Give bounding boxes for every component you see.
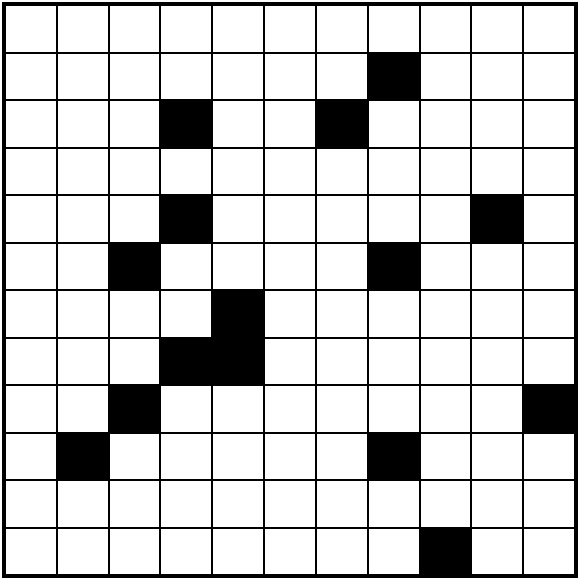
- white-cell-r8-c10[interactable]: [472, 339, 522, 385]
- white-cell-r12-c4[interactable]: [161, 529, 211, 575]
- white-cell-r2-c7[interactable]: [317, 54, 367, 100]
- white-cell-r10-c1[interactable]: [6, 434, 56, 480]
- white-cell-r7-c11[interactable]: [524, 291, 574, 337]
- white-cell-r5-c3[interactable]: [110, 196, 160, 242]
- white-cell-r2-c4[interactable]: [161, 54, 211, 100]
- white-cell-r10-c9[interactable]: [421, 434, 471, 480]
- white-cell-r5-c7[interactable]: [317, 196, 367, 242]
- white-cell-r2-c2[interactable]: [58, 54, 108, 100]
- white-cell-r11-c2[interactable]: [58, 481, 108, 527]
- black-cell-r9-c11[interactable]: [524, 386, 574, 432]
- white-cell-r2-c5[interactable]: [213, 54, 263, 100]
- white-cell-r5-c5[interactable]: [213, 196, 263, 242]
- white-cell-r10-c4[interactable]: [161, 434, 211, 480]
- black-cell-r6-c3[interactable]: [110, 244, 160, 290]
- white-cell-r6-c2[interactable]: [58, 244, 108, 290]
- black-cell-r8-c4[interactable]: [161, 339, 211, 385]
- puzzle-grid-board: [2, 2, 578, 578]
- white-cell-r11-c9[interactable]: [421, 481, 471, 527]
- white-cell-r7-c7[interactable]: [317, 291, 367, 337]
- white-cell-r3-c3[interactable]: [110, 101, 160, 147]
- white-cell-r11-c6[interactable]: [265, 481, 315, 527]
- black-cell-r5-c4[interactable]: [161, 196, 211, 242]
- white-cell-r1-c2[interactable]: [58, 6, 108, 52]
- white-cell-r9-c4[interactable]: [161, 386, 211, 432]
- white-cell-r2-c11[interactable]: [524, 54, 574, 100]
- white-cell-r4-c10[interactable]: [472, 149, 522, 195]
- white-cell-r7-c10[interactable]: [472, 291, 522, 337]
- white-cell-r4-c1[interactable]: [6, 149, 56, 195]
- white-cell-r3-c2[interactable]: [58, 101, 108, 147]
- white-cell-r8-c1[interactable]: [6, 339, 56, 385]
- black-cell-r10-c8[interactable]: [369, 434, 419, 480]
- white-cell-r4-c4[interactable]: [161, 149, 211, 195]
- black-cell-r9-c3[interactable]: [110, 386, 160, 432]
- white-cell-r7-c3[interactable]: [110, 291, 160, 337]
- white-cell-r1-c11[interactable]: [524, 6, 574, 52]
- white-cell-r11-c8[interactable]: [369, 481, 419, 527]
- white-cell-r8-c11[interactable]: [524, 339, 574, 385]
- white-cell-r10-c3[interactable]: [110, 434, 160, 480]
- white-cell-r9-c7[interactable]: [317, 386, 367, 432]
- white-cell-r12-c6[interactable]: [265, 529, 315, 575]
- white-cell-r1-c8[interactable]: [369, 6, 419, 52]
- white-cell-r7-c2[interactable]: [58, 291, 108, 337]
- white-cell-r5-c9[interactable]: [421, 196, 471, 242]
- white-cell-r4-c9[interactable]: [421, 149, 471, 195]
- black-cell-r3-c7[interactable]: [317, 101, 367, 147]
- white-cell-r9-c10[interactable]: [472, 386, 522, 432]
- white-cell-r10-c5[interactable]: [213, 434, 263, 480]
- white-cell-r10-c7[interactable]: [317, 434, 367, 480]
- black-cell-r10-c2[interactable]: [58, 434, 108, 480]
- white-cell-r4-c11[interactable]: [524, 149, 574, 195]
- white-cell-r3-c1[interactable]: [6, 101, 56, 147]
- white-cell-r6-c5[interactable]: [213, 244, 263, 290]
- white-cell-r2-c6[interactable]: [265, 54, 315, 100]
- white-cell-r5-c8[interactable]: [369, 196, 419, 242]
- white-cell-r6-c6[interactable]: [265, 244, 315, 290]
- white-cell-r8-c9[interactable]: [421, 339, 471, 385]
- white-cell-r5-c11[interactable]: [524, 196, 574, 242]
- white-cell-r9-c5[interactable]: [213, 386, 263, 432]
- white-cell-r9-c6[interactable]: [265, 386, 315, 432]
- white-cell-r12-c3[interactable]: [110, 529, 160, 575]
- black-cell-r6-c8[interactable]: [369, 244, 419, 290]
- white-cell-r8-c3[interactable]: [110, 339, 160, 385]
- black-cell-r8-c5[interactable]: [213, 339, 263, 385]
- white-cell-r8-c7[interactable]: [317, 339, 367, 385]
- black-cell-r12-c9[interactable]: [421, 529, 471, 575]
- white-cell-r1-c5[interactable]: [213, 6, 263, 52]
- white-cell-r4-c6[interactable]: [265, 149, 315, 195]
- white-cell-r12-c5[interactable]: [213, 529, 263, 575]
- white-cell-r12-c11[interactable]: [524, 529, 574, 575]
- white-cell-r7-c6[interactable]: [265, 291, 315, 337]
- white-cell-r2-c1[interactable]: [6, 54, 56, 100]
- white-cell-r1-c7[interactable]: [317, 6, 367, 52]
- white-cell-r4-c3[interactable]: [110, 149, 160, 195]
- white-cell-r6-c1[interactable]: [6, 244, 56, 290]
- white-cell-r3-c5[interactable]: [213, 101, 263, 147]
- white-cell-r7-c8[interactable]: [369, 291, 419, 337]
- white-cell-r1-c6[interactable]: [265, 6, 315, 52]
- white-cell-r12-c8[interactable]: [369, 529, 419, 575]
- white-cell-r1-c9[interactable]: [421, 6, 471, 52]
- white-cell-r11-c11[interactable]: [524, 481, 574, 527]
- white-cell-r8-c2[interactable]: [58, 339, 108, 385]
- white-cell-r4-c5[interactable]: [213, 149, 263, 195]
- white-cell-r11-c3[interactable]: [110, 481, 160, 527]
- white-cell-r10-c6[interactable]: [265, 434, 315, 480]
- white-cell-r7-c4[interactable]: [161, 291, 211, 337]
- white-cell-r6-c4[interactable]: [161, 244, 211, 290]
- white-cell-r11-c5[interactable]: [213, 481, 263, 527]
- white-cell-r9-c9[interactable]: [421, 386, 471, 432]
- white-cell-r11-c7[interactable]: [317, 481, 367, 527]
- black-cell-r2-c8[interactable]: [369, 54, 419, 100]
- white-cell-r11-c10[interactable]: [472, 481, 522, 527]
- white-cell-r4-c7[interactable]: [317, 149, 367, 195]
- black-cell-r5-c10[interactable]: [472, 196, 522, 242]
- white-cell-r2-c10[interactable]: [472, 54, 522, 100]
- white-cell-r12-c10[interactable]: [472, 529, 522, 575]
- white-cell-r7-c1[interactable]: [6, 291, 56, 337]
- white-cell-r4-c2[interactable]: [58, 149, 108, 195]
- white-cell-r12-c2[interactable]: [58, 529, 108, 575]
- white-cell-r5-c1[interactable]: [6, 196, 56, 242]
- white-cell-r7-c9[interactable]: [421, 291, 471, 337]
- white-cell-r3-c6[interactable]: [265, 101, 315, 147]
- white-cell-r2-c9[interactable]: [421, 54, 471, 100]
- white-cell-r6-c10[interactable]: [472, 244, 522, 290]
- white-cell-r6-c11[interactable]: [524, 244, 574, 290]
- page: [0, 0, 580, 580]
- white-cell-r11-c1[interactable]: [6, 481, 56, 527]
- white-cell-r10-c10[interactable]: [472, 434, 522, 480]
- white-cell-r6-c9[interactable]: [421, 244, 471, 290]
- white-cell-r3-c9[interactable]: [421, 101, 471, 147]
- white-cell-r1-c4[interactable]: [161, 6, 211, 52]
- white-cell-r9-c2[interactable]: [58, 386, 108, 432]
- white-cell-r12-c1[interactable]: [6, 529, 56, 575]
- black-cell-r3-c4[interactable]: [161, 101, 211, 147]
- white-cell-r3-c8[interactable]: [369, 101, 419, 147]
- white-cell-r6-c7[interactable]: [317, 244, 367, 290]
- white-cell-r4-c8[interactable]: [369, 149, 419, 195]
- white-cell-r1-c1[interactable]: [6, 6, 56, 52]
- white-cell-r1-c10[interactable]: [472, 6, 522, 52]
- white-cell-r5-c2[interactable]: [58, 196, 108, 242]
- white-cell-r3-c11[interactable]: [524, 101, 574, 147]
- white-cell-r3-c10[interactable]: [472, 101, 522, 147]
- black-cell-r7-c5[interactable]: [213, 291, 263, 337]
- white-cell-r10-c11[interactable]: [524, 434, 574, 480]
- white-cell-r12-c7[interactable]: [317, 529, 367, 575]
- white-cell-r2-c3[interactable]: [110, 54, 160, 100]
- white-cell-r1-c3[interactable]: [110, 6, 160, 52]
- white-cell-r9-c8[interactable]: [369, 386, 419, 432]
- white-cell-r5-c6[interactable]: [265, 196, 315, 242]
- white-cell-r9-c1[interactable]: [6, 386, 56, 432]
- white-cell-r8-c6[interactable]: [265, 339, 315, 385]
- white-cell-r8-c8[interactable]: [369, 339, 419, 385]
- white-cell-r11-c4[interactable]: [161, 481, 211, 527]
